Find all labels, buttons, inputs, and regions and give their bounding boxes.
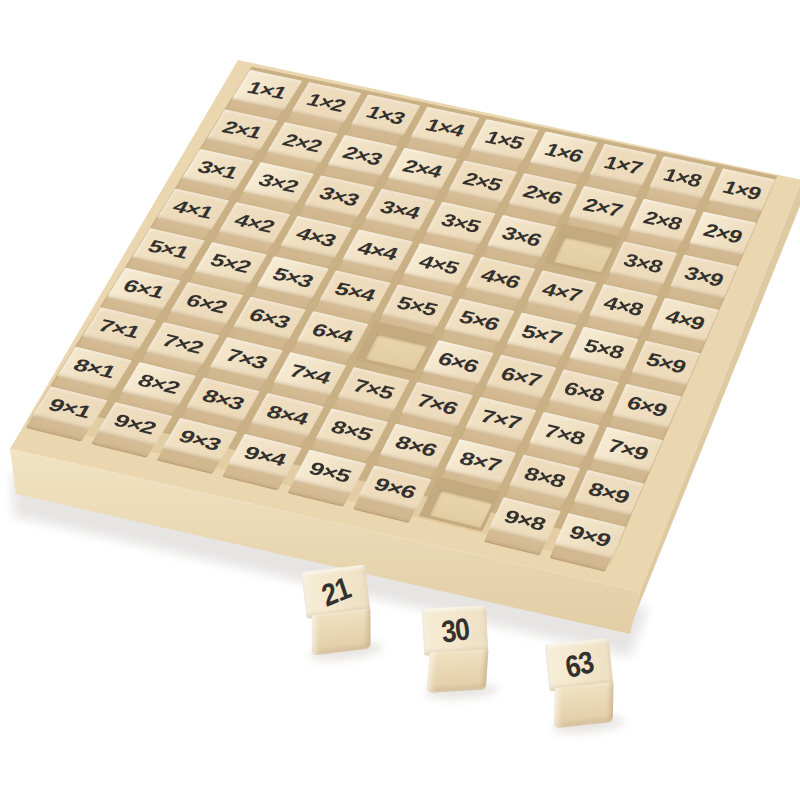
cube-label: 7×8 xyxy=(541,420,588,449)
board-scene: 1×11×21×31×41×51×61×71×81×92×12×22×32×42… xyxy=(0,0,800,800)
cube-label: 7×7 xyxy=(477,405,524,433)
cube-label: 8×6 xyxy=(392,431,441,460)
cube-label: 1×8 xyxy=(660,164,705,191)
cube-label: 8×8 xyxy=(521,463,569,492)
cube-label: 2×7 xyxy=(580,194,625,221)
cube-grid: 1×11×21×31×41×51×61×71×81×92×12×22×32×42… xyxy=(0,0,800,800)
loose-cube-front-face xyxy=(427,649,489,692)
loose-cube-top-face: 30 xyxy=(422,605,488,655)
cube-label: 2×9 xyxy=(700,219,745,247)
cube-label: 4×5 xyxy=(416,251,463,278)
cube-label: 6×9 xyxy=(623,392,670,421)
cube-label: 1×2 xyxy=(303,90,350,116)
cube-label: 1×6 xyxy=(541,139,587,166)
cube-label: 1×4 xyxy=(422,115,468,141)
loose-cube-value: 63 xyxy=(562,644,597,686)
cube-label: 6×1 xyxy=(119,275,168,302)
cube-label: 1×1 xyxy=(244,77,291,102)
cube-label: 9×3 xyxy=(175,426,225,455)
loose-cube-front-face xyxy=(312,608,371,655)
cube-label: 9×6 xyxy=(370,473,419,502)
cube-label: 1×7 xyxy=(601,152,646,178)
cube-label: 3×4 xyxy=(377,196,424,222)
cube-label: 5×7 xyxy=(518,321,564,348)
cube-label: 2×4 xyxy=(400,156,446,182)
cube-label: 9×4 xyxy=(240,442,289,470)
cube-label: 9×2 xyxy=(110,410,160,438)
cube-label: 9×8 xyxy=(501,505,549,534)
cube-label: 5×2 xyxy=(206,250,254,277)
cube-label: 6×7 xyxy=(498,363,545,391)
loose-cube-63[interactable]: 63 xyxy=(545,638,619,728)
cube-label: 8×4 xyxy=(263,401,312,429)
cube-label: 3×6 xyxy=(498,222,545,250)
cube-label: 4×3 xyxy=(292,223,340,250)
cube-label: 3×9 xyxy=(681,262,727,290)
cube-label: 6×4 xyxy=(309,319,357,346)
cube-label: 2×5 xyxy=(460,168,506,195)
cube-label: 8×1 xyxy=(70,355,120,382)
cube-label: 6×2 xyxy=(182,290,231,317)
cube-label: 1×3 xyxy=(362,102,409,129)
cube-label: 3×5 xyxy=(438,209,485,236)
cube-label: 9×5 xyxy=(305,458,354,487)
cube-label: 1×9 xyxy=(720,176,765,204)
cube-label: 8×5 xyxy=(327,416,376,444)
cube-label: 7×1 xyxy=(95,315,144,342)
cube-label: 4×4 xyxy=(354,237,401,264)
cube-label: 5×4 xyxy=(331,278,378,305)
loose-cube-30[interactable]: 30 xyxy=(422,605,492,692)
cube-label: 7×9 xyxy=(604,435,651,464)
loose-cube-value: 30 xyxy=(439,611,471,651)
cube-label: 2×8 xyxy=(640,207,685,234)
cube-label: 7×4 xyxy=(286,360,334,387)
loose-cube-front-face xyxy=(554,682,613,728)
cube-label: 6×6 xyxy=(434,348,482,377)
cube-label: 5×3 xyxy=(269,264,317,292)
cube-label: 3×2 xyxy=(255,170,303,196)
cube-label: 4×9 xyxy=(662,305,708,334)
cube-label: 1×5 xyxy=(482,127,528,154)
cube-label: 5×8 xyxy=(581,335,628,363)
cube-label: 4×8 xyxy=(600,292,646,320)
cube-label: 8×2 xyxy=(134,370,184,398)
cube-label: 3×8 xyxy=(620,249,666,277)
cube-label: 4×7 xyxy=(539,279,585,306)
cube-label: 2×1 xyxy=(219,117,266,143)
cube-label: 9×1 xyxy=(45,394,95,421)
cube-label: 7×6 xyxy=(413,390,461,419)
cube-label: 4×1 xyxy=(169,196,217,222)
cube-label: 5×9 xyxy=(643,349,690,378)
loose-cube-21[interactable]: 21 xyxy=(301,564,377,655)
cube-label: 5×5 xyxy=(394,292,441,320)
cube-label: 9×9 xyxy=(566,521,614,551)
cube-label: 4×6 xyxy=(477,264,524,292)
cube-label: 8×3 xyxy=(198,385,248,414)
cube-label: 2×6 xyxy=(520,181,566,209)
cube-label: 5×1 xyxy=(144,236,192,262)
loose-cube-value: 21 xyxy=(317,570,354,615)
cube-label: 2×3 xyxy=(339,142,386,169)
cube-label: 8×7 xyxy=(457,447,505,475)
cube-label: 6×3 xyxy=(245,304,294,332)
cube-label: 7×2 xyxy=(158,330,207,358)
cube-label: 8×9 xyxy=(585,478,633,508)
cube-label: 6×8 xyxy=(561,377,608,405)
cube-label: 4×2 xyxy=(231,210,279,237)
cube-label: 2×2 xyxy=(279,130,326,156)
cube-label: 7×3 xyxy=(222,345,271,373)
cube-label: 3×3 xyxy=(316,183,364,210)
cube-label: 3×1 xyxy=(194,157,242,183)
cube-label: 7×5 xyxy=(349,375,397,403)
cube-label: 5×6 xyxy=(456,306,504,334)
